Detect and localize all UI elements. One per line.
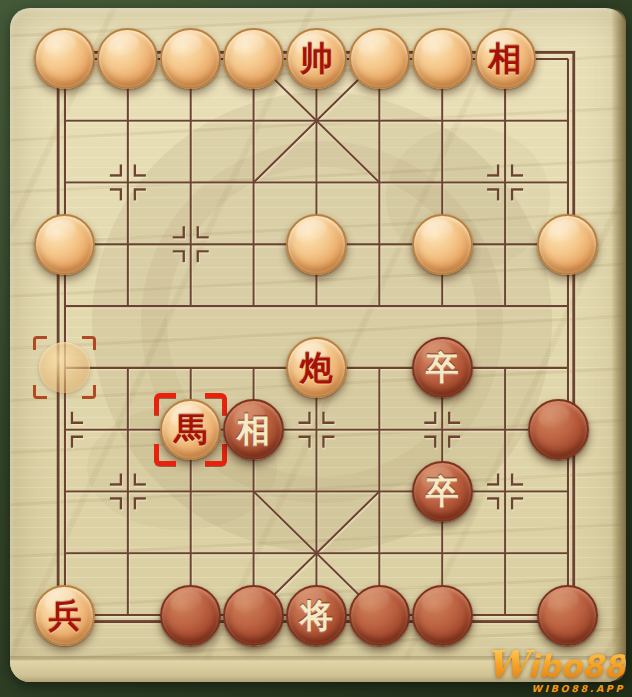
board-right-bevel (611, 8, 626, 682)
red-general[interactable]: 帅 (286, 28, 347, 89)
hidden-piece-brown[interactable] (223, 585, 284, 646)
piece-character: 相 (489, 42, 522, 75)
hidden-piece-tan[interactable] (97, 28, 158, 89)
hidden-piece-brown[interactable] (537, 585, 598, 646)
hidden-piece-tan[interactable] (349, 28, 410, 89)
hidden-piece-brown[interactable] (412, 585, 473, 646)
brown-soldier[interactable]: 卒 (412, 461, 473, 522)
hidden-piece-tan[interactable] (223, 28, 284, 89)
hidden-piece-brown[interactable] (349, 585, 410, 646)
piece-character: 馬 (174, 413, 207, 446)
piece-character: 帅 (300, 42, 333, 75)
hidden-piece-tan[interactable] (286, 214, 347, 275)
red-elephant[interactable]: 相 (475, 28, 536, 89)
hidden-piece-tan[interactable] (412, 28, 473, 89)
wibo88-logo[interactable]: Wibo88 WIBO88.APP (486, 646, 625, 694)
red-soldier[interactable]: 兵 (34, 585, 95, 646)
hidden-piece-tan[interactable] (34, 28, 95, 89)
hidden-piece-brown[interactable] (160, 585, 221, 646)
piece-character: 卒 (426, 351, 459, 384)
hidden-piece-tan[interactable] (537, 214, 598, 275)
xiangqi-game-screen: { "game": "Xiangqi (Chinese Chess), Jieq… (0, 0, 632, 697)
move-origin-ghost-marker (39, 342, 90, 393)
hidden-piece-brown[interactable] (528, 399, 589, 460)
piece-character: 相 (237, 413, 270, 446)
piece-character: 兵 (48, 599, 81, 632)
brown-soldier[interactable]: 卒 (412, 337, 473, 398)
piece-character: 卒 (426, 475, 459, 508)
piece-character: 将 (300, 599, 333, 632)
red-cannon[interactable]: 炮 (286, 337, 347, 398)
brown-elephant[interactable]: 相 (223, 399, 284, 460)
hidden-piece-tan[interactable] (34, 214, 95, 275)
ghost-brackets (33, 336, 96, 399)
hidden-piece-tan[interactable] (160, 28, 221, 89)
brown-general[interactable]: 将 (286, 585, 347, 646)
piece-grid: 帅相炮卒馬相卒兵将 (34, 28, 600, 646)
red-horse[interactable]: 馬 (160, 399, 221, 460)
hidden-piece-tan[interactable] (412, 214, 473, 275)
logo-text: Wibo88 (486, 646, 625, 683)
piece-character: 炮 (300, 351, 333, 384)
